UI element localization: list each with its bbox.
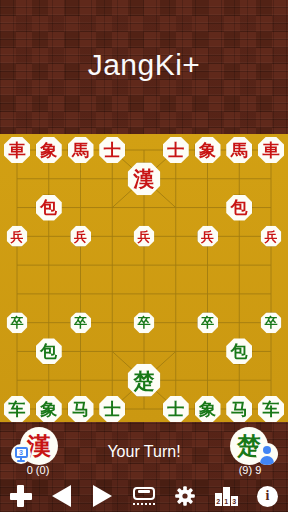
tray-dots-icon xyxy=(133,503,155,505)
piece-han-chariot[interactable]: 車 xyxy=(4,137,30,163)
piece-han-cannon[interactable]: 包 xyxy=(36,195,62,221)
podium-rank-3: 3 xyxy=(231,496,238,506)
piece-cho-horse[interactable]: 马 xyxy=(226,396,252,422)
piece-cho-general[interactable]: 楚 xyxy=(128,364,161,397)
piece-han-soldier[interactable]: 兵 xyxy=(70,226,91,247)
piece-cho-soldier[interactable]: 卒 xyxy=(70,312,91,333)
left-triangle-icon xyxy=(52,485,71,507)
piece-cho-cannon[interactable]: 包 xyxy=(36,338,62,364)
piece-cho-horse[interactable]: 马 xyxy=(68,396,94,422)
piece-han-general[interactable]: 漢 xyxy=(128,162,161,195)
piece-han-cannon[interactable]: 包 xyxy=(226,195,252,221)
piece-cho-soldier[interactable]: 卒 xyxy=(197,312,218,333)
cho-capture-count: (9) 9 xyxy=(212,464,288,476)
header: JangKi+ xyxy=(0,0,288,134)
toolbar: 2 1 3 i xyxy=(0,480,288,512)
piece-han-horse[interactable]: 馬 xyxy=(226,137,252,163)
han-capture-count: 0 (0) xyxy=(0,464,76,476)
info-icon: i xyxy=(257,486,278,507)
piece-cho-guard[interactable]: 士 xyxy=(163,396,189,422)
piece-han-soldier[interactable]: 兵 xyxy=(7,226,28,247)
piece-han-soldier[interactable]: 兵 xyxy=(261,226,282,247)
flip-board-button[interactable] xyxy=(123,480,164,512)
plus-icon xyxy=(10,485,32,507)
piece-han-soldier[interactable]: 兵 xyxy=(134,226,155,247)
piece-han-guard[interactable]: 士 xyxy=(99,137,125,163)
settings-button[interactable] xyxy=(165,480,206,512)
piece-han-soldier[interactable]: 兵 xyxy=(197,226,218,247)
piece-cho-soldier[interactable]: 卒 xyxy=(134,312,155,333)
piece-cho-chariot[interactable]: 车 xyxy=(258,396,284,422)
piece-han-chariot[interactable]: 車 xyxy=(258,137,284,163)
piece-han-elephant[interactable]: 象 xyxy=(195,137,221,163)
piece-cho-chariot[interactable]: 车 xyxy=(4,396,30,422)
tray-icon xyxy=(133,487,155,500)
piece-cho-guard[interactable]: 士 xyxy=(99,396,125,422)
piece-han-elephant[interactable]: 象 xyxy=(36,137,62,163)
piece-cho-cannon[interactable]: 包 xyxy=(226,338,252,364)
scores-button[interactable]: 2 1 3 xyxy=(206,480,247,512)
right-triangle-icon xyxy=(93,485,112,507)
piece-cho-elephant[interactable]: 象 xyxy=(195,396,221,422)
podium-rank-2: 2 xyxy=(215,493,222,506)
app-screen: JangKi+ 車象馬士士象馬車漢包包兵兵兵兵兵卒卒卒卒卒包包楚车象马士士象马车… xyxy=(0,0,288,512)
redo-button[interactable] xyxy=(82,480,123,512)
new-game-button[interactable] xyxy=(0,480,41,512)
piece-cho-soldier[interactable]: 卒 xyxy=(261,312,282,333)
piece-cho-soldier[interactable]: 卒 xyxy=(7,312,28,333)
gear-icon xyxy=(173,484,197,508)
podium-rank-1: 1 xyxy=(223,487,230,506)
piece-han-horse[interactable]: 馬 xyxy=(68,137,94,163)
janggi-board[interactable]: 車象馬士士象馬車漢包包兵兵兵兵兵卒卒卒卒卒包包楚车象马士士象马车 xyxy=(0,134,288,422)
piece-cho-elephant[interactable]: 象 xyxy=(36,396,62,422)
status-bar: 漢 3 0 (0) Your Turn! 楚 (9) 9 xyxy=(0,422,288,480)
app-title: JangKi+ xyxy=(0,48,288,82)
info-button[interactable]: i xyxy=(247,480,288,512)
piece-han-guard[interactable]: 士 xyxy=(163,137,189,163)
undo-button[interactable] xyxy=(41,480,82,512)
podium-icon: 2 1 3 xyxy=(215,487,238,506)
human-player-icon xyxy=(256,443,278,465)
